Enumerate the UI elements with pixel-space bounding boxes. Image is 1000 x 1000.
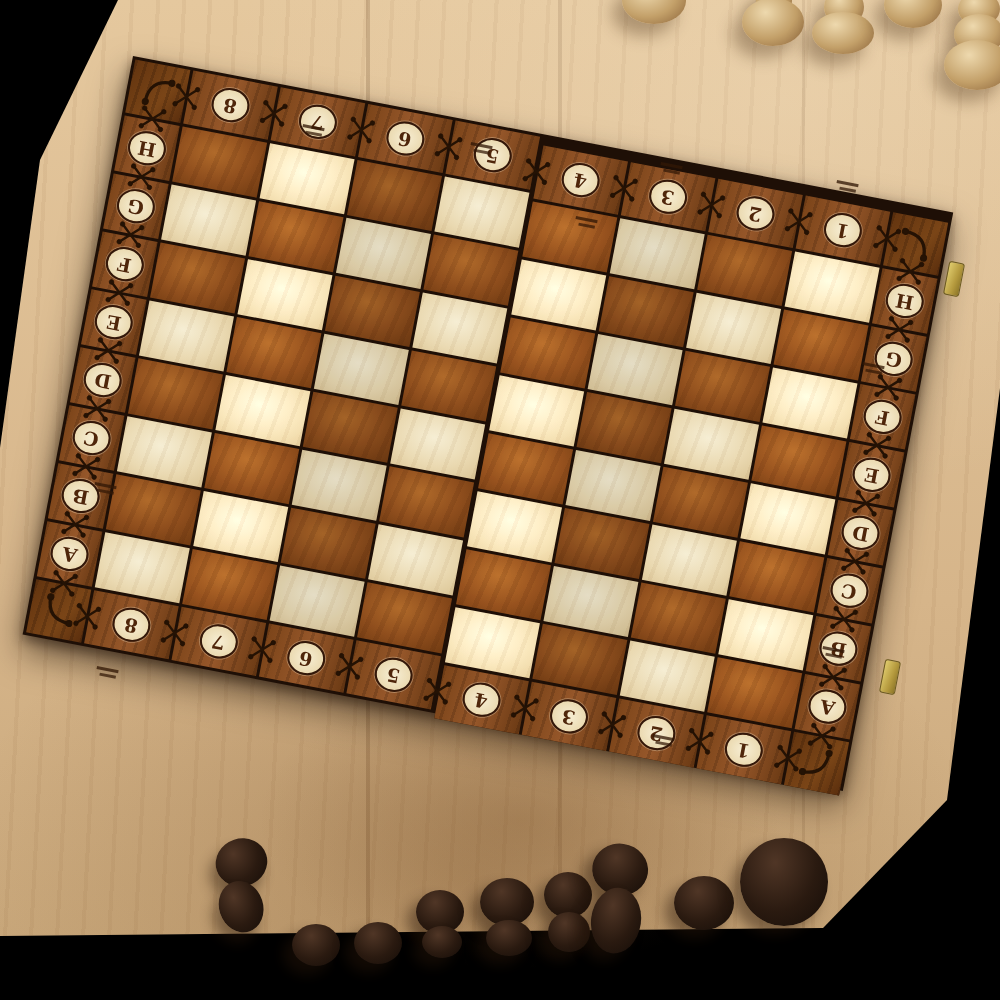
- label-text: 6: [298, 648, 315, 669]
- label-circle: 2: [734, 193, 778, 234]
- label-text: 4: [473, 689, 490, 710]
- label-text: 5: [385, 664, 402, 685]
- label-text: 6: [397, 128, 414, 149]
- x-flourish-icon: [46, 566, 81, 601]
- label-text: 4: [572, 170, 589, 191]
- x-flourish-icon: [871, 370, 906, 405]
- label-text: G: [126, 195, 146, 217]
- x-flourish-icon: [694, 187, 729, 222]
- x-flourish-icon: [124, 159, 159, 194]
- label-text: E: [105, 311, 123, 332]
- x-flourish-icon: [256, 96, 291, 131]
- label-text: H: [136, 137, 157, 159]
- label-text: C: [840, 580, 858, 601]
- x-flourish-icon: [420, 674, 455, 709]
- x-flourish-icon: [507, 690, 542, 725]
- label-text: B: [71, 485, 90, 507]
- label-text: A: [61, 543, 79, 564]
- label-text: F: [874, 406, 891, 427]
- x-flourish-icon: [682, 724, 717, 759]
- label-circle: 6: [384, 118, 428, 159]
- x-flourish-icon: [332, 649, 367, 684]
- x-flourish-icon: [244, 632, 279, 667]
- x-flourish-icon: [893, 254, 928, 289]
- photo-scene: 8765HGFEDCBA87654321HGFEDCBA4321: [0, 0, 1000, 1000]
- x-flourish-icon: [781, 204, 816, 239]
- label-circle: 4: [559, 160, 603, 201]
- x-flourish-icon: [849, 486, 884, 521]
- label-circle: 4: [460, 679, 504, 720]
- x-flourish-icon: [860, 428, 895, 463]
- x-flourish-icon: [135, 101, 170, 136]
- x-flourish-icon: [102, 275, 137, 310]
- label-text: G: [884, 348, 904, 370]
- label-circle: 3: [646, 177, 690, 218]
- x-flourish-icon: [70, 599, 105, 634]
- x-flourish-icon: [827, 602, 862, 637]
- x-flourish-icon: [80, 391, 115, 426]
- label-circle: 5: [372, 655, 416, 696]
- label-circle: 1: [722, 729, 766, 770]
- label-text: 2: [747, 203, 764, 224]
- x-flourish-icon: [431, 129, 466, 164]
- label-text: A: [818, 696, 836, 717]
- letter-label-cell: A: [795, 674, 861, 740]
- label-text: 3: [561, 706, 578, 727]
- label-text: C: [82, 427, 100, 448]
- label-circle: 1: [821, 210, 865, 251]
- label-text: 3: [660, 186, 677, 207]
- x-flourish-icon: [882, 312, 917, 347]
- x-flourish-icon: [157, 615, 192, 650]
- x-flourish-icon: [770, 741, 805, 776]
- x-flourish-icon: [595, 707, 630, 742]
- x-flourish-icon: [870, 221, 905, 256]
- x-flourish-icon: [838, 544, 873, 579]
- label-text: H: [894, 290, 915, 312]
- x-flourish-icon: [91, 333, 126, 368]
- letter-label-cell: A: [37, 521, 103, 587]
- x-flourish-icon: [169, 79, 204, 114]
- label-circle: 8: [209, 85, 253, 126]
- label-text: E: [863, 464, 881, 485]
- label-text: D: [851, 522, 871, 544]
- label-text: 8: [222, 95, 239, 116]
- label-circle: 3: [547, 696, 591, 737]
- label-circle: 8: [110, 605, 154, 646]
- x-flourish-icon: [69, 449, 104, 484]
- label-circle: 2: [635, 713, 679, 754]
- label-circle: 7: [197, 621, 241, 662]
- x-flourish-icon: [519, 154, 554, 189]
- label-circle: 5: [471, 135, 515, 176]
- label-text: 1: [736, 739, 753, 760]
- x-flourish-icon: [804, 719, 839, 754]
- x-flourish-icon: [58, 507, 93, 542]
- x-flourish-icon: [344, 113, 379, 148]
- x-flourish-icon: [113, 217, 148, 252]
- x-flourish-icon: [815, 660, 850, 695]
- label-text: 7: [211, 631, 228, 652]
- label-text: F: [116, 254, 133, 275]
- label-text: 1: [835, 220, 852, 241]
- label-circle: 6: [284, 638, 328, 679]
- label-text: D: [93, 369, 113, 391]
- label-text: 8: [123, 614, 140, 635]
- x-flourish-icon: [606, 171, 641, 206]
